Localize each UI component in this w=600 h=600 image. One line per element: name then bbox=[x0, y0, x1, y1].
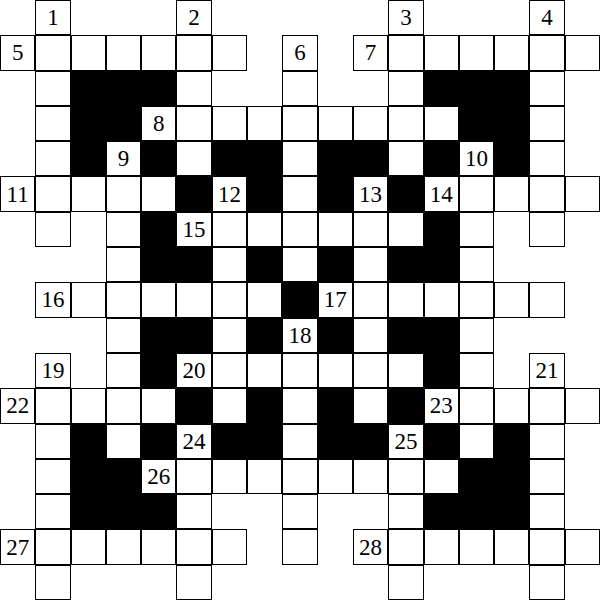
outside-area bbox=[424, 565, 459, 600]
clue-number-5: 5 bbox=[12, 41, 24, 64]
cell-r11c0[interactable]: 22 bbox=[0, 388, 35, 423]
cell-r12c8[interactable] bbox=[282, 424, 317, 459]
cell-r8c3[interactable] bbox=[106, 282, 141, 317]
cell-r7c6[interactable] bbox=[212, 247, 247, 282]
cell-r2c5[interactable] bbox=[176, 71, 211, 106]
cell-r13c15[interactable] bbox=[529, 459, 564, 494]
outside-area bbox=[71, 247, 106, 282]
clue-number-27: 27 bbox=[6, 536, 29, 559]
cell-r8c14[interactable] bbox=[494, 282, 529, 317]
cell-r12c10 bbox=[353, 424, 388, 459]
cell-r11c4[interactable] bbox=[141, 388, 176, 423]
cell-r13c4[interactable]: 26 bbox=[141, 459, 176, 494]
outside-area bbox=[212, 0, 247, 35]
cell-r4c8[interactable] bbox=[282, 141, 317, 176]
cell-r5c9 bbox=[318, 176, 353, 211]
cell-r14c8[interactable] bbox=[282, 494, 317, 529]
cell-r13c11[interactable] bbox=[388, 459, 423, 494]
cell-r15c2[interactable] bbox=[71, 529, 106, 564]
outside-area bbox=[565, 424, 600, 459]
cell-r6c1[interactable] bbox=[35, 212, 70, 247]
cell-r5c13[interactable] bbox=[459, 176, 494, 211]
cell-r15c16[interactable] bbox=[565, 529, 600, 564]
cell-r5c6[interactable]: 12 bbox=[212, 176, 247, 211]
cell-r7c13[interactable] bbox=[459, 247, 494, 282]
cell-r14c1[interactable] bbox=[35, 494, 70, 529]
cell-r12c2 bbox=[71, 424, 106, 459]
outside-area bbox=[0, 494, 35, 529]
cell-r11c5 bbox=[176, 388, 211, 423]
clue-number-7: 7 bbox=[365, 41, 377, 64]
cell-r5c0[interactable]: 11 bbox=[0, 176, 35, 211]
cell-r6c3[interactable] bbox=[106, 212, 141, 247]
cell-r6c5[interactable]: 15 bbox=[176, 212, 211, 247]
cell-r6c7[interactable] bbox=[247, 212, 282, 247]
outside-area bbox=[106, 0, 141, 35]
cell-r1c15[interactable] bbox=[529, 35, 564, 70]
cell-r4c14 bbox=[494, 141, 529, 176]
cell-r3c9[interactable] bbox=[318, 106, 353, 141]
outside-area bbox=[494, 247, 529, 282]
cell-r4c7 bbox=[247, 141, 282, 176]
cell-r16c11[interactable] bbox=[388, 565, 423, 600]
outside-area bbox=[71, 0, 106, 35]
cell-r11c11 bbox=[388, 388, 423, 423]
outside-area bbox=[247, 35, 282, 70]
cell-r12c6 bbox=[212, 424, 247, 459]
outside-area bbox=[424, 0, 459, 35]
cell-r6c13[interactable] bbox=[459, 212, 494, 247]
cell-r11c14[interactable] bbox=[494, 388, 529, 423]
cell-r3c15[interactable] bbox=[529, 106, 564, 141]
outside-area bbox=[0, 459, 35, 494]
cell-r3c6[interactable] bbox=[212, 106, 247, 141]
outside-area bbox=[318, 35, 353, 70]
cell-r7c5 bbox=[176, 247, 211, 282]
cell-r11c3[interactable] bbox=[106, 388, 141, 423]
cell-r7c7 bbox=[247, 247, 282, 282]
outside-area bbox=[318, 494, 353, 529]
outside-area bbox=[0, 106, 35, 141]
cell-r11c8[interactable] bbox=[282, 388, 317, 423]
outside-area bbox=[0, 212, 35, 247]
outside-area bbox=[565, 459, 600, 494]
cell-r4c13[interactable]: 10 bbox=[459, 141, 494, 176]
cell-r15c11[interactable] bbox=[388, 529, 423, 564]
cell-r6c11[interactable] bbox=[388, 212, 423, 247]
outside-area bbox=[494, 353, 529, 388]
cell-r9c9 bbox=[318, 318, 353, 353]
cell-r12c15[interactable] bbox=[529, 424, 564, 459]
outside-area bbox=[212, 494, 247, 529]
cell-r15c1[interactable] bbox=[35, 529, 70, 564]
cell-r2c13 bbox=[459, 71, 494, 106]
cell-r8c11[interactable] bbox=[388, 282, 423, 317]
clue-number-20: 20 bbox=[183, 359, 206, 382]
cell-r14c11[interactable] bbox=[388, 494, 423, 529]
cell-r3c2 bbox=[71, 106, 106, 141]
outside-area bbox=[565, 71, 600, 106]
cell-r7c11 bbox=[388, 247, 423, 282]
cell-r3c1[interactable] bbox=[35, 106, 70, 141]
clue-number-26: 26 bbox=[147, 465, 170, 488]
cell-r16c15[interactable] bbox=[529, 565, 564, 600]
clue-number-15: 15 bbox=[183, 218, 206, 241]
cell-r13c14 bbox=[494, 459, 529, 494]
cell-r3c12[interactable] bbox=[424, 106, 459, 141]
cell-r8c4[interactable] bbox=[141, 282, 176, 317]
cell-r1c6[interactable] bbox=[212, 35, 247, 70]
clue-number-17: 17 bbox=[324, 288, 347, 311]
clue-number-3: 3 bbox=[400, 6, 412, 29]
outside-area bbox=[0, 71, 35, 106]
cell-r15c0[interactable]: 27 bbox=[0, 529, 35, 564]
cell-r11c15[interactable] bbox=[529, 388, 564, 423]
outside-area bbox=[494, 0, 529, 35]
cell-r15c14[interactable] bbox=[494, 529, 529, 564]
cell-r10c1[interactable]: 19 bbox=[35, 353, 70, 388]
outside-area bbox=[494, 318, 529, 353]
cell-r5c7 bbox=[247, 176, 282, 211]
outside-area bbox=[529, 318, 564, 353]
cell-r12c7 bbox=[247, 424, 282, 459]
clue-number-8: 8 bbox=[153, 112, 165, 135]
outside-area bbox=[318, 565, 353, 600]
outside-area bbox=[212, 565, 247, 600]
clue-number-19: 19 bbox=[41, 359, 64, 382]
cell-r14c13 bbox=[459, 494, 494, 529]
cell-r13c10[interactable] bbox=[353, 459, 388, 494]
cell-r16c1[interactable] bbox=[35, 565, 70, 600]
cell-r9c7 bbox=[247, 318, 282, 353]
cell-r6c6[interactable] bbox=[212, 212, 247, 247]
cell-r0c5[interactable]: 2 bbox=[176, 0, 211, 35]
cell-r13c5[interactable] bbox=[176, 459, 211, 494]
outside-area bbox=[353, 494, 388, 529]
cell-r3c8[interactable] bbox=[282, 106, 317, 141]
cell-r15c10[interactable]: 28 bbox=[353, 529, 388, 564]
cell-r12c4 bbox=[141, 424, 176, 459]
cell-r3c5[interactable] bbox=[176, 106, 211, 141]
cell-r6c4 bbox=[141, 212, 176, 247]
cell-r12c14 bbox=[494, 424, 529, 459]
outside-area bbox=[353, 565, 388, 600]
cell-r5c10[interactable]: 13 bbox=[353, 176, 388, 211]
cell-r12c5[interactable]: 24 bbox=[176, 424, 211, 459]
cell-r3c11[interactable] bbox=[388, 106, 423, 141]
outside-area bbox=[0, 0, 35, 35]
cell-r4c5[interactable] bbox=[176, 141, 211, 176]
outside-area bbox=[0, 282, 35, 317]
cell-r10c7[interactable] bbox=[247, 353, 282, 388]
cell-r12c3[interactable] bbox=[106, 424, 141, 459]
outside-area bbox=[529, 247, 564, 282]
outside-area bbox=[247, 565, 282, 600]
cell-r13c13 bbox=[459, 459, 494, 494]
outside-area bbox=[71, 565, 106, 600]
outside-area bbox=[106, 565, 141, 600]
cell-r2c11[interactable] bbox=[388, 71, 423, 106]
cell-r3c3 bbox=[106, 106, 141, 141]
outside-area bbox=[0, 247, 35, 282]
cell-r10c13[interactable] bbox=[459, 353, 494, 388]
cell-r1c0[interactable]: 5 bbox=[0, 35, 35, 70]
cell-r11c6[interactable] bbox=[212, 388, 247, 423]
cell-r9c5 bbox=[176, 318, 211, 353]
cell-r11c16[interactable] bbox=[565, 388, 600, 423]
cell-r1c5[interactable] bbox=[176, 35, 211, 70]
cell-r4c6 bbox=[212, 141, 247, 176]
cell-r0c1[interactable]: 1 bbox=[35, 0, 70, 35]
cell-r1c12[interactable] bbox=[424, 35, 459, 70]
cell-r1c3[interactable] bbox=[106, 35, 141, 70]
cell-r4c4 bbox=[141, 141, 176, 176]
cell-r11c9 bbox=[318, 388, 353, 423]
cell-r16c5[interactable] bbox=[176, 565, 211, 600]
cell-r11c12[interactable]: 23 bbox=[424, 388, 459, 423]
outside-area bbox=[565, 212, 600, 247]
cell-r8c10[interactable] bbox=[353, 282, 388, 317]
cell-r5c16[interactable] bbox=[565, 176, 600, 211]
cell-r1c2[interactable] bbox=[71, 35, 106, 70]
cell-r8c2[interactable] bbox=[71, 282, 106, 317]
cell-r10c8[interactable] bbox=[282, 353, 317, 388]
clue-number-11: 11 bbox=[7, 183, 29, 206]
clue-number-4: 4 bbox=[541, 6, 553, 29]
cell-r5c15[interactable] bbox=[529, 176, 564, 211]
outside-area bbox=[247, 0, 282, 35]
cell-r14c12 bbox=[424, 494, 459, 529]
outside-area bbox=[494, 565, 529, 600]
outside-area bbox=[247, 529, 282, 564]
outside-area bbox=[0, 565, 35, 600]
cell-r5c8[interactable] bbox=[282, 176, 317, 211]
outside-area bbox=[0, 424, 35, 459]
clue-number-14: 14 bbox=[430, 183, 453, 206]
cell-r15c12[interactable] bbox=[424, 529, 459, 564]
cell-r14c2 bbox=[71, 494, 106, 529]
cell-r1c13[interactable] bbox=[459, 35, 494, 70]
cell-r6c10[interactable] bbox=[353, 212, 388, 247]
cell-r8c7[interactable] bbox=[247, 282, 282, 317]
cell-r13c7[interactable] bbox=[247, 459, 282, 494]
cell-r1c1[interactable] bbox=[35, 35, 70, 70]
outside-area bbox=[0, 353, 35, 388]
cell-r13c1[interactable] bbox=[35, 459, 70, 494]
cell-r9c8[interactable]: 18 bbox=[282, 318, 317, 353]
cell-r11c2[interactable] bbox=[71, 388, 106, 423]
cell-r12c1[interactable] bbox=[35, 424, 70, 459]
cell-r4c11[interactable] bbox=[388, 141, 423, 176]
cell-r12c9 bbox=[318, 424, 353, 459]
outside-area bbox=[35, 318, 70, 353]
cell-r1c8[interactable]: 6 bbox=[282, 35, 317, 70]
cell-r11c1[interactable] bbox=[35, 388, 70, 423]
cell-r6c15[interactable] bbox=[529, 212, 564, 247]
cell-r7c4 bbox=[141, 247, 176, 282]
cell-r2c15[interactable] bbox=[529, 71, 564, 106]
cell-r10c11[interactable] bbox=[388, 353, 423, 388]
cell-r6c12 bbox=[424, 212, 459, 247]
cell-r4c3[interactable]: 9 bbox=[106, 141, 141, 176]
clue-number-16: 16 bbox=[41, 288, 64, 311]
outside-area bbox=[565, 318, 600, 353]
cell-r0c11[interactable]: 3 bbox=[388, 0, 423, 35]
cell-r14c4 bbox=[141, 494, 176, 529]
cell-r10c9[interactable] bbox=[318, 353, 353, 388]
outside-area bbox=[565, 106, 600, 141]
cell-r12c11[interactable]: 25 bbox=[388, 424, 423, 459]
cell-r15c3[interactable] bbox=[106, 529, 141, 564]
clue-number-23: 23 bbox=[430, 394, 453, 417]
cell-r15c5[interactable] bbox=[176, 529, 211, 564]
cell-r7c10[interactable] bbox=[353, 247, 388, 282]
clue-number-22: 22 bbox=[6, 394, 29, 417]
cell-r5c5 bbox=[176, 176, 211, 211]
cell-r4c10 bbox=[353, 141, 388, 176]
clue-number-9: 9 bbox=[118, 147, 130, 170]
outside-area bbox=[565, 282, 600, 317]
cell-r4c2 bbox=[71, 141, 106, 176]
cell-r11c13[interactable] bbox=[459, 388, 494, 423]
outside-area bbox=[565, 0, 600, 35]
cell-r1c10[interactable]: 7 bbox=[353, 35, 388, 70]
cell-r3c10[interactable] bbox=[353, 106, 388, 141]
outside-area bbox=[494, 212, 529, 247]
cell-r4c15[interactable] bbox=[529, 141, 564, 176]
cell-r2c2 bbox=[71, 71, 106, 106]
cell-r15c6[interactable] bbox=[212, 529, 247, 564]
outside-area bbox=[71, 212, 106, 247]
outside-area bbox=[35, 247, 70, 282]
cell-r4c1[interactable] bbox=[35, 141, 70, 176]
cell-r8c15[interactable] bbox=[529, 282, 564, 317]
clue-number-6: 6 bbox=[294, 41, 306, 64]
cell-r13c8[interactable] bbox=[282, 459, 317, 494]
cell-r5c4[interactable] bbox=[141, 176, 176, 211]
cell-r4c12 bbox=[424, 141, 459, 176]
cell-r15c13[interactable] bbox=[459, 529, 494, 564]
outside-area bbox=[353, 71, 388, 106]
cell-r9c6[interactable] bbox=[212, 318, 247, 353]
cell-r8c5[interactable] bbox=[176, 282, 211, 317]
cell-r7c9 bbox=[318, 247, 353, 282]
clue-number-25: 25 bbox=[394, 430, 417, 453]
cell-r5c1[interactable] bbox=[35, 176, 70, 211]
clue-number-10: 10 bbox=[465, 147, 488, 170]
outside-area bbox=[459, 0, 494, 35]
outside-area bbox=[282, 0, 317, 35]
cell-r10c15[interactable]: 21 bbox=[529, 353, 564, 388]
cell-r13c2 bbox=[71, 459, 106, 494]
cell-r1c14[interactable] bbox=[494, 35, 529, 70]
cell-r2c1[interactable] bbox=[35, 71, 70, 106]
cell-r9c10[interactable] bbox=[353, 318, 388, 353]
clue-number-2: 2 bbox=[188, 6, 200, 29]
cell-r9c3[interactable] bbox=[106, 318, 141, 353]
cell-r1c16[interactable] bbox=[565, 35, 600, 70]
cell-r7c3[interactable] bbox=[106, 247, 141, 282]
cell-r13c6[interactable] bbox=[212, 459, 247, 494]
cell-r15c4[interactable] bbox=[141, 529, 176, 564]
cell-r13c3 bbox=[106, 459, 141, 494]
clue-number-24: 24 bbox=[183, 430, 206, 453]
cell-r3c7[interactable] bbox=[247, 106, 282, 141]
cell-r3c4[interactable]: 8 bbox=[141, 106, 176, 141]
cell-r4c9 bbox=[318, 141, 353, 176]
outside-area bbox=[318, 71, 353, 106]
outside-area bbox=[141, 0, 176, 35]
cell-r12c13[interactable] bbox=[459, 424, 494, 459]
outside-area bbox=[247, 494, 282, 529]
cell-r8c12[interactable] bbox=[424, 282, 459, 317]
cell-r9c11 bbox=[388, 318, 423, 353]
outside-area bbox=[318, 529, 353, 564]
cell-r8c13[interactable] bbox=[459, 282, 494, 317]
cell-r14c15[interactable] bbox=[529, 494, 564, 529]
cell-r10c3[interactable] bbox=[106, 353, 141, 388]
cell-r8c6[interactable] bbox=[212, 282, 247, 317]
clue-number-18: 18 bbox=[288, 324, 311, 347]
outside-area bbox=[353, 0, 388, 35]
outside-area bbox=[459, 565, 494, 600]
cell-r15c15[interactable] bbox=[529, 529, 564, 564]
cell-r7c12 bbox=[424, 247, 459, 282]
cell-r13c12[interactable] bbox=[424, 459, 459, 494]
outside-area bbox=[565, 565, 600, 600]
cell-r5c14[interactable] bbox=[494, 176, 529, 211]
cell-r2c12 bbox=[424, 71, 459, 106]
cell-r8c9[interactable]: 17 bbox=[318, 282, 353, 317]
cell-r6c9[interactable] bbox=[318, 212, 353, 247]
cell-r15c8[interactable] bbox=[282, 529, 317, 564]
cell-r6c8[interactable] bbox=[282, 212, 317, 247]
clue-number-1: 1 bbox=[47, 6, 59, 29]
cell-r8c1[interactable]: 16 bbox=[35, 282, 70, 317]
clue-number-13: 13 bbox=[359, 183, 382, 206]
cell-r5c12[interactable]: 14 bbox=[424, 176, 459, 211]
cell-r9c13[interactable] bbox=[459, 318, 494, 353]
outside-area bbox=[282, 565, 317, 600]
clue-number-21: 21 bbox=[536, 359, 559, 382]
cell-r5c3[interactable] bbox=[106, 176, 141, 211]
cell-r10c6[interactable] bbox=[212, 353, 247, 388]
cell-r0c15[interactable]: 4 bbox=[529, 0, 564, 35]
cell-r14c5[interactable] bbox=[176, 494, 211, 529]
outside-area bbox=[565, 494, 600, 529]
cell-r2c4 bbox=[141, 71, 176, 106]
cell-r11c7 bbox=[247, 388, 282, 423]
cell-r1c4[interactable] bbox=[141, 35, 176, 70]
cell-r9c12 bbox=[424, 318, 459, 353]
cell-r13c9[interactable] bbox=[318, 459, 353, 494]
cell-r10c12 bbox=[424, 353, 459, 388]
cell-r5c2[interactable] bbox=[71, 176, 106, 211]
cell-r14c14 bbox=[494, 494, 529, 529]
cell-r2c8[interactable] bbox=[282, 71, 317, 106]
cell-r10c5[interactable]: 20 bbox=[176, 353, 211, 388]
outside-area bbox=[212, 71, 247, 106]
cell-r10c10[interactable] bbox=[353, 353, 388, 388]
cell-r11c10[interactable] bbox=[353, 388, 388, 423]
crossword-board: 1234567891011121314151617181920212223242… bbox=[0, 0, 600, 600]
outside-area bbox=[71, 318, 106, 353]
cell-r1c11[interactable] bbox=[388, 35, 423, 70]
cell-r7c8[interactable] bbox=[282, 247, 317, 282]
clue-number-28: 28 bbox=[359, 536, 382, 559]
outside-area bbox=[247, 71, 282, 106]
cell-r3c13 bbox=[459, 106, 494, 141]
